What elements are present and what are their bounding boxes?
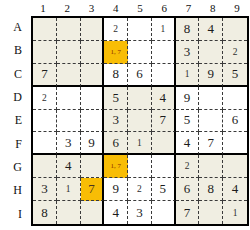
col-label-4: 4 — [104, 0, 128, 16]
cell-I2[interactable] — [57, 201, 81, 224]
cell-I9[interactable]: 1 — [223, 201, 247, 224]
cell-D2[interactable] — [57, 87, 81, 110]
cell-D7[interactable]: 9 — [176, 87, 200, 110]
col-label-8: 8 — [201, 0, 225, 16]
cell-H3[interactable]: 7 — [81, 178, 105, 201]
cell-B5[interactable] — [128, 41, 152, 64]
cell-B8[interactable] — [199, 41, 223, 64]
cell-E2[interactable] — [57, 110, 81, 133]
cell-D4[interactable]: 5 — [104, 87, 128, 110]
sudoku-board: 21841, 7327861952549375639614741, 723179… — [31, 16, 249, 226]
cell-E8[interactable] — [199, 110, 223, 133]
column-labels: 123456789 — [31, 0, 249, 16]
cell-H4[interactable]: 9 — [104, 178, 128, 201]
cell-G7[interactable]: 2 — [176, 155, 200, 178]
cell-H7[interactable]: 6 — [176, 178, 200, 201]
cell-C6[interactable] — [152, 64, 176, 87]
cell-G4[interactable]: 1, 7 — [104, 155, 128, 178]
cell-H5[interactable]: 2 — [128, 178, 152, 201]
cell-G9[interactable] — [223, 155, 247, 178]
cell-E9[interactable]: 6 — [223, 110, 247, 133]
cell-G8[interactable] — [199, 155, 223, 178]
cell-D8[interactable] — [199, 87, 223, 110]
col-label-3: 3 — [79, 0, 103, 16]
cell-F4[interactable]: 6 — [104, 132, 128, 155]
col-label-5: 5 — [128, 0, 152, 16]
cell-D3[interactable] — [81, 87, 105, 110]
cell-H1[interactable]: 3 — [33, 178, 57, 201]
row-label-G: G — [0, 156, 31, 179]
sudoku-app: 123456789 ABCDEFGHI 21841, 7327861952549… — [0, 0, 250, 230]
cell-E3[interactable] — [81, 110, 105, 133]
col-label-6: 6 — [152, 0, 176, 16]
cell-A4[interactable]: 2 — [104, 18, 128, 41]
cell-F3[interactable]: 9 — [81, 132, 105, 155]
cell-B2[interactable] — [57, 41, 81, 64]
cell-I4[interactable]: 4 — [104, 201, 128, 224]
row-label-F: F — [0, 133, 31, 156]
cell-A2[interactable] — [57, 18, 81, 41]
cell-C4[interactable]: 8 — [104, 64, 128, 87]
row-label-E: E — [0, 109, 31, 132]
cell-I5[interactable]: 3 — [128, 201, 152, 224]
cell-E6[interactable]: 7 — [152, 110, 176, 133]
cell-C5[interactable]: 6 — [128, 64, 152, 87]
cell-F7[interactable]: 4 — [176, 132, 200, 155]
cell-C1[interactable]: 7 — [33, 64, 57, 87]
row-label-D: D — [0, 86, 31, 109]
cell-G2[interactable]: 4 — [57, 155, 81, 178]
cell-G3[interactable] — [81, 155, 105, 178]
cell-D6[interactable]: 4 — [152, 87, 176, 110]
cell-F9[interactable] — [223, 132, 247, 155]
col-label-9: 9 — [225, 0, 249, 16]
row-label-C: C — [0, 63, 31, 86]
cell-I7[interactable]: 7 — [176, 201, 200, 224]
col-label-7: 7 — [176, 0, 200, 16]
cell-C3[interactable] — [81, 64, 105, 87]
cell-A7[interactable]: 8 — [176, 18, 200, 41]
cell-I3[interactable] — [81, 201, 105, 224]
cell-F2[interactable]: 3 — [57, 132, 81, 155]
cell-H6[interactable]: 5 — [152, 178, 176, 201]
cell-A1[interactable] — [33, 18, 57, 41]
row-label-I: I — [0, 203, 31, 226]
cell-D5[interactable] — [128, 87, 152, 110]
cell-F1[interactable] — [33, 132, 57, 155]
cell-E7[interactable]: 5 — [176, 110, 200, 133]
cell-H2[interactable]: 1 — [57, 178, 81, 201]
cell-B1[interactable] — [33, 41, 57, 64]
cell-E1[interactable] — [33, 110, 57, 133]
cell-A8[interactable]: 4 — [199, 18, 223, 41]
cell-I1[interactable]: 8 — [33, 201, 57, 224]
cell-G1[interactable] — [33, 155, 57, 178]
row-label-B: B — [0, 39, 31, 62]
cell-G5[interactable] — [128, 155, 152, 178]
cell-I6[interactable] — [152, 201, 176, 224]
cell-G6[interactable] — [152, 155, 176, 178]
cell-C7[interactable]: 1 — [176, 64, 200, 87]
cell-C9[interactable]: 5 — [223, 64, 247, 87]
cell-B4[interactable]: 1, 7 — [104, 41, 128, 64]
cell-E5[interactable] — [128, 110, 152, 133]
cell-B6[interactable] — [152, 41, 176, 64]
cell-I8[interactable] — [199, 201, 223, 224]
cell-F5[interactable]: 1 — [128, 132, 152, 155]
cell-A6[interactable]: 1 — [152, 18, 176, 41]
cell-H8[interactable]: 8 — [199, 178, 223, 201]
col-label-1: 1 — [31, 0, 55, 16]
cell-A3[interactable] — [81, 18, 105, 41]
cell-A5[interactable] — [128, 18, 152, 41]
cell-E4[interactable]: 3 — [104, 110, 128, 133]
cell-B7[interactable]: 3 — [176, 41, 200, 64]
cell-H9[interactable]: 4 — [223, 178, 247, 201]
row-labels: ABCDEFGHI — [0, 16, 31, 226]
cell-A9[interactable] — [223, 18, 247, 41]
row-label-H: H — [0, 179, 31, 202]
cell-C2[interactable] — [57, 64, 81, 87]
cell-C8[interactable]: 9 — [199, 64, 223, 87]
cell-F8[interactable]: 7 — [199, 132, 223, 155]
col-label-2: 2 — [55, 0, 79, 16]
cell-D1[interactable]: 2 — [33, 87, 57, 110]
row-label-A: A — [0, 16, 31, 39]
cell-D9[interactable] — [223, 87, 247, 110]
cell-B9[interactable]: 2 — [223, 41, 247, 64]
cell-F6[interactable] — [152, 132, 176, 155]
cell-B3[interactable] — [81, 41, 105, 64]
